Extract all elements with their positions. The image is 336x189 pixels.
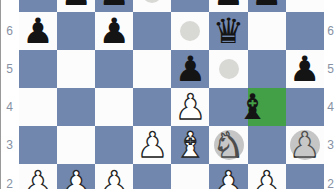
white-pawn[interactable]: ♟ [248, 164, 286, 189]
square-b5[interactable] [57, 50, 95, 88]
square-a4[interactable] [19, 88, 57, 126]
black-pawn[interactable]: ♟ [57, 0, 95, 12]
square-g6[interactable] [248, 12, 286, 50]
square-d7[interactable] [133, 0, 171, 12]
white-pawn[interactable]: ♟ [95, 164, 133, 189]
square-c4[interactable] [95, 88, 133, 126]
square-g3[interactable] [248, 126, 286, 164]
rank-label-right-2: 2 [324, 175, 336, 189]
capture-hint-circle [214, 130, 244, 160]
square-c6[interactable]: ♟ [95, 12, 133, 50]
chess-app-window: ♟♟♟♟♟♟♛♟♟♟♝♟♝♞♟♟♟♟♟♟ 776655443322 [0, 0, 336, 189]
square-h7[interactable] [286, 0, 324, 12]
square-h4[interactable] [286, 88, 324, 126]
black-queen[interactable]: ♛ [209, 12, 247, 50]
square-f5[interactable] [209, 50, 247, 88]
capture-hint-circle [290, 130, 320, 160]
square-d3[interactable]: ♟ [133, 126, 171, 164]
rank-label-left-4: 4 [1, 98, 18, 116]
square-h5[interactable]: ♟ [286, 50, 324, 88]
square-e6[interactable] [171, 12, 209, 50]
square-f3[interactable]: ♞ [209, 126, 247, 164]
square-g4[interactable]: ♝ [248, 88, 286, 126]
square-b6[interactable] [57, 12, 95, 50]
white-pawn[interactable]: ♟ [133, 126, 171, 164]
rank-label-right-6: 6 [324, 22, 336, 40]
square-b7[interactable]: ♟ [57, 0, 95, 12]
rank-label-left-2: 2 [1, 175, 18, 189]
rank-label-right-3: 3 [324, 136, 336, 154]
square-f6[interactable]: ♛ [209, 12, 247, 50]
square-e5[interactable]: ♟ [171, 50, 209, 88]
square-e2[interactable] [171, 164, 209, 189]
square-d5[interactable] [133, 50, 171, 88]
square-d4[interactable] [133, 88, 171, 126]
square-g2[interactable]: ♟ [248, 164, 286, 189]
square-d2[interactable] [133, 164, 171, 189]
white-bishop[interactable]: ♝ [171, 126, 209, 164]
white-pawn[interactable]: ♟ [57, 164, 95, 189]
square-c5[interactable] [95, 50, 133, 88]
square-b4[interactable] [57, 88, 95, 126]
black-pawn[interactable]: ♟ [286, 50, 324, 88]
square-b2[interactable]: ♟ [57, 164, 95, 189]
white-pawn[interactable]: ♟ [19, 164, 57, 189]
black-pawn[interactable]: ♟ [95, 12, 133, 50]
chess-board: ♟♟♟♟♟♟♛♟♟♟♝♟♝♞♟♟♟♟♟♟ [19, 0, 324, 189]
white-pawn[interactable]: ♟ [171, 88, 209, 126]
square-c3[interactable] [95, 126, 133, 164]
rank-label-left-5: 5 [1, 60, 18, 78]
square-h2[interactable] [286, 164, 324, 189]
square-a5[interactable] [19, 50, 57, 88]
square-e7[interactable] [171, 0, 209, 12]
square-a2[interactable]: ♟ [19, 164, 57, 189]
square-d6[interactable] [133, 12, 171, 50]
square-a6[interactable]: ♟ [19, 12, 57, 50]
square-b3[interactable] [57, 126, 95, 164]
square-h6[interactable] [286, 12, 324, 50]
square-f2[interactable]: ♟ [209, 164, 247, 189]
white-pawn[interactable]: ♟ [209, 164, 247, 189]
black-pawn[interactable]: ♟ [19, 12, 57, 50]
black-bishop-selected[interactable]: ♝ [234, 88, 272, 126]
legal-move-dot [219, 59, 239, 79]
square-c2[interactable]: ♟ [95, 164, 133, 189]
rank-label-right-4: 4 [324, 98, 336, 116]
square-g7[interactable]: ♟ [248, 0, 286, 12]
rank-label-left-6: 6 [1, 22, 18, 40]
square-e4[interactable]: ♟ [171, 88, 209, 126]
square-e3[interactable]: ♝ [171, 126, 209, 164]
legal-move-dot [142, 0, 162, 3]
rank-label-right-5: 5 [324, 60, 336, 78]
rank-label-right-7: 7 [324, 0, 336, 2]
rank-label-left-7: 7 [1, 0, 18, 2]
square-a3[interactable] [19, 126, 57, 164]
square-g5[interactable] [248, 50, 286, 88]
black-pawn[interactable]: ♟ [248, 0, 286, 12]
legal-move-dot [180, 21, 200, 41]
square-h3[interactable]: ♟ [286, 126, 324, 164]
black-pawn[interactable]: ♟ [171, 50, 209, 88]
rank-label-left-3: 3 [1, 136, 18, 154]
